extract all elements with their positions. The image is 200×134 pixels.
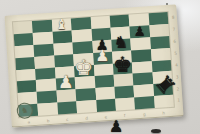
chess-photo-scene: ♝♟♟♞♟♚♚♟♜ ♞ abcdefgh87654321 ♟ (0, 0, 200, 134)
file-label: e (105, 115, 108, 119)
file-label: g (143, 112, 146, 116)
board-grid: ♝♟♟♞♟♚♚♟♜ (13, 12, 174, 117)
file-label: h (162, 111, 165, 115)
file-label: f (124, 114, 126, 118)
rank-label: 5 (174, 51, 177, 55)
rank-label: 3 (176, 75, 179, 79)
square-c1 (57, 101, 77, 114)
square-e1 (96, 99, 116, 112)
square-h1 (154, 95, 174, 108)
knight-icon: ♞ (21, 106, 29, 115)
file-label: b (47, 119, 50, 123)
file-label: a (28, 120, 31, 124)
rank-label: 1 (177, 99, 180, 103)
chess-board: ♝♟♟♞♟♚♚♟♜ ♞ abcdefgh87654321 (4, 4, 183, 127)
captured-black-piece (151, 129, 161, 133)
rank-label: 7 (173, 28, 176, 32)
file-label: c (66, 117, 68, 121)
rank-label: 8 (172, 16, 175, 20)
captured-black-pawn: ♟ (109, 119, 123, 134)
rank-label: 2 (177, 87, 180, 91)
square-g1 (134, 96, 154, 109)
rank-label: 4 (175, 63, 178, 67)
rank-label: 6 (173, 39, 176, 43)
square-f1 (115, 98, 135, 111)
file-label: d (85, 116, 88, 120)
square-b1 (38, 103, 58, 116)
square-d1 (76, 100, 96, 113)
